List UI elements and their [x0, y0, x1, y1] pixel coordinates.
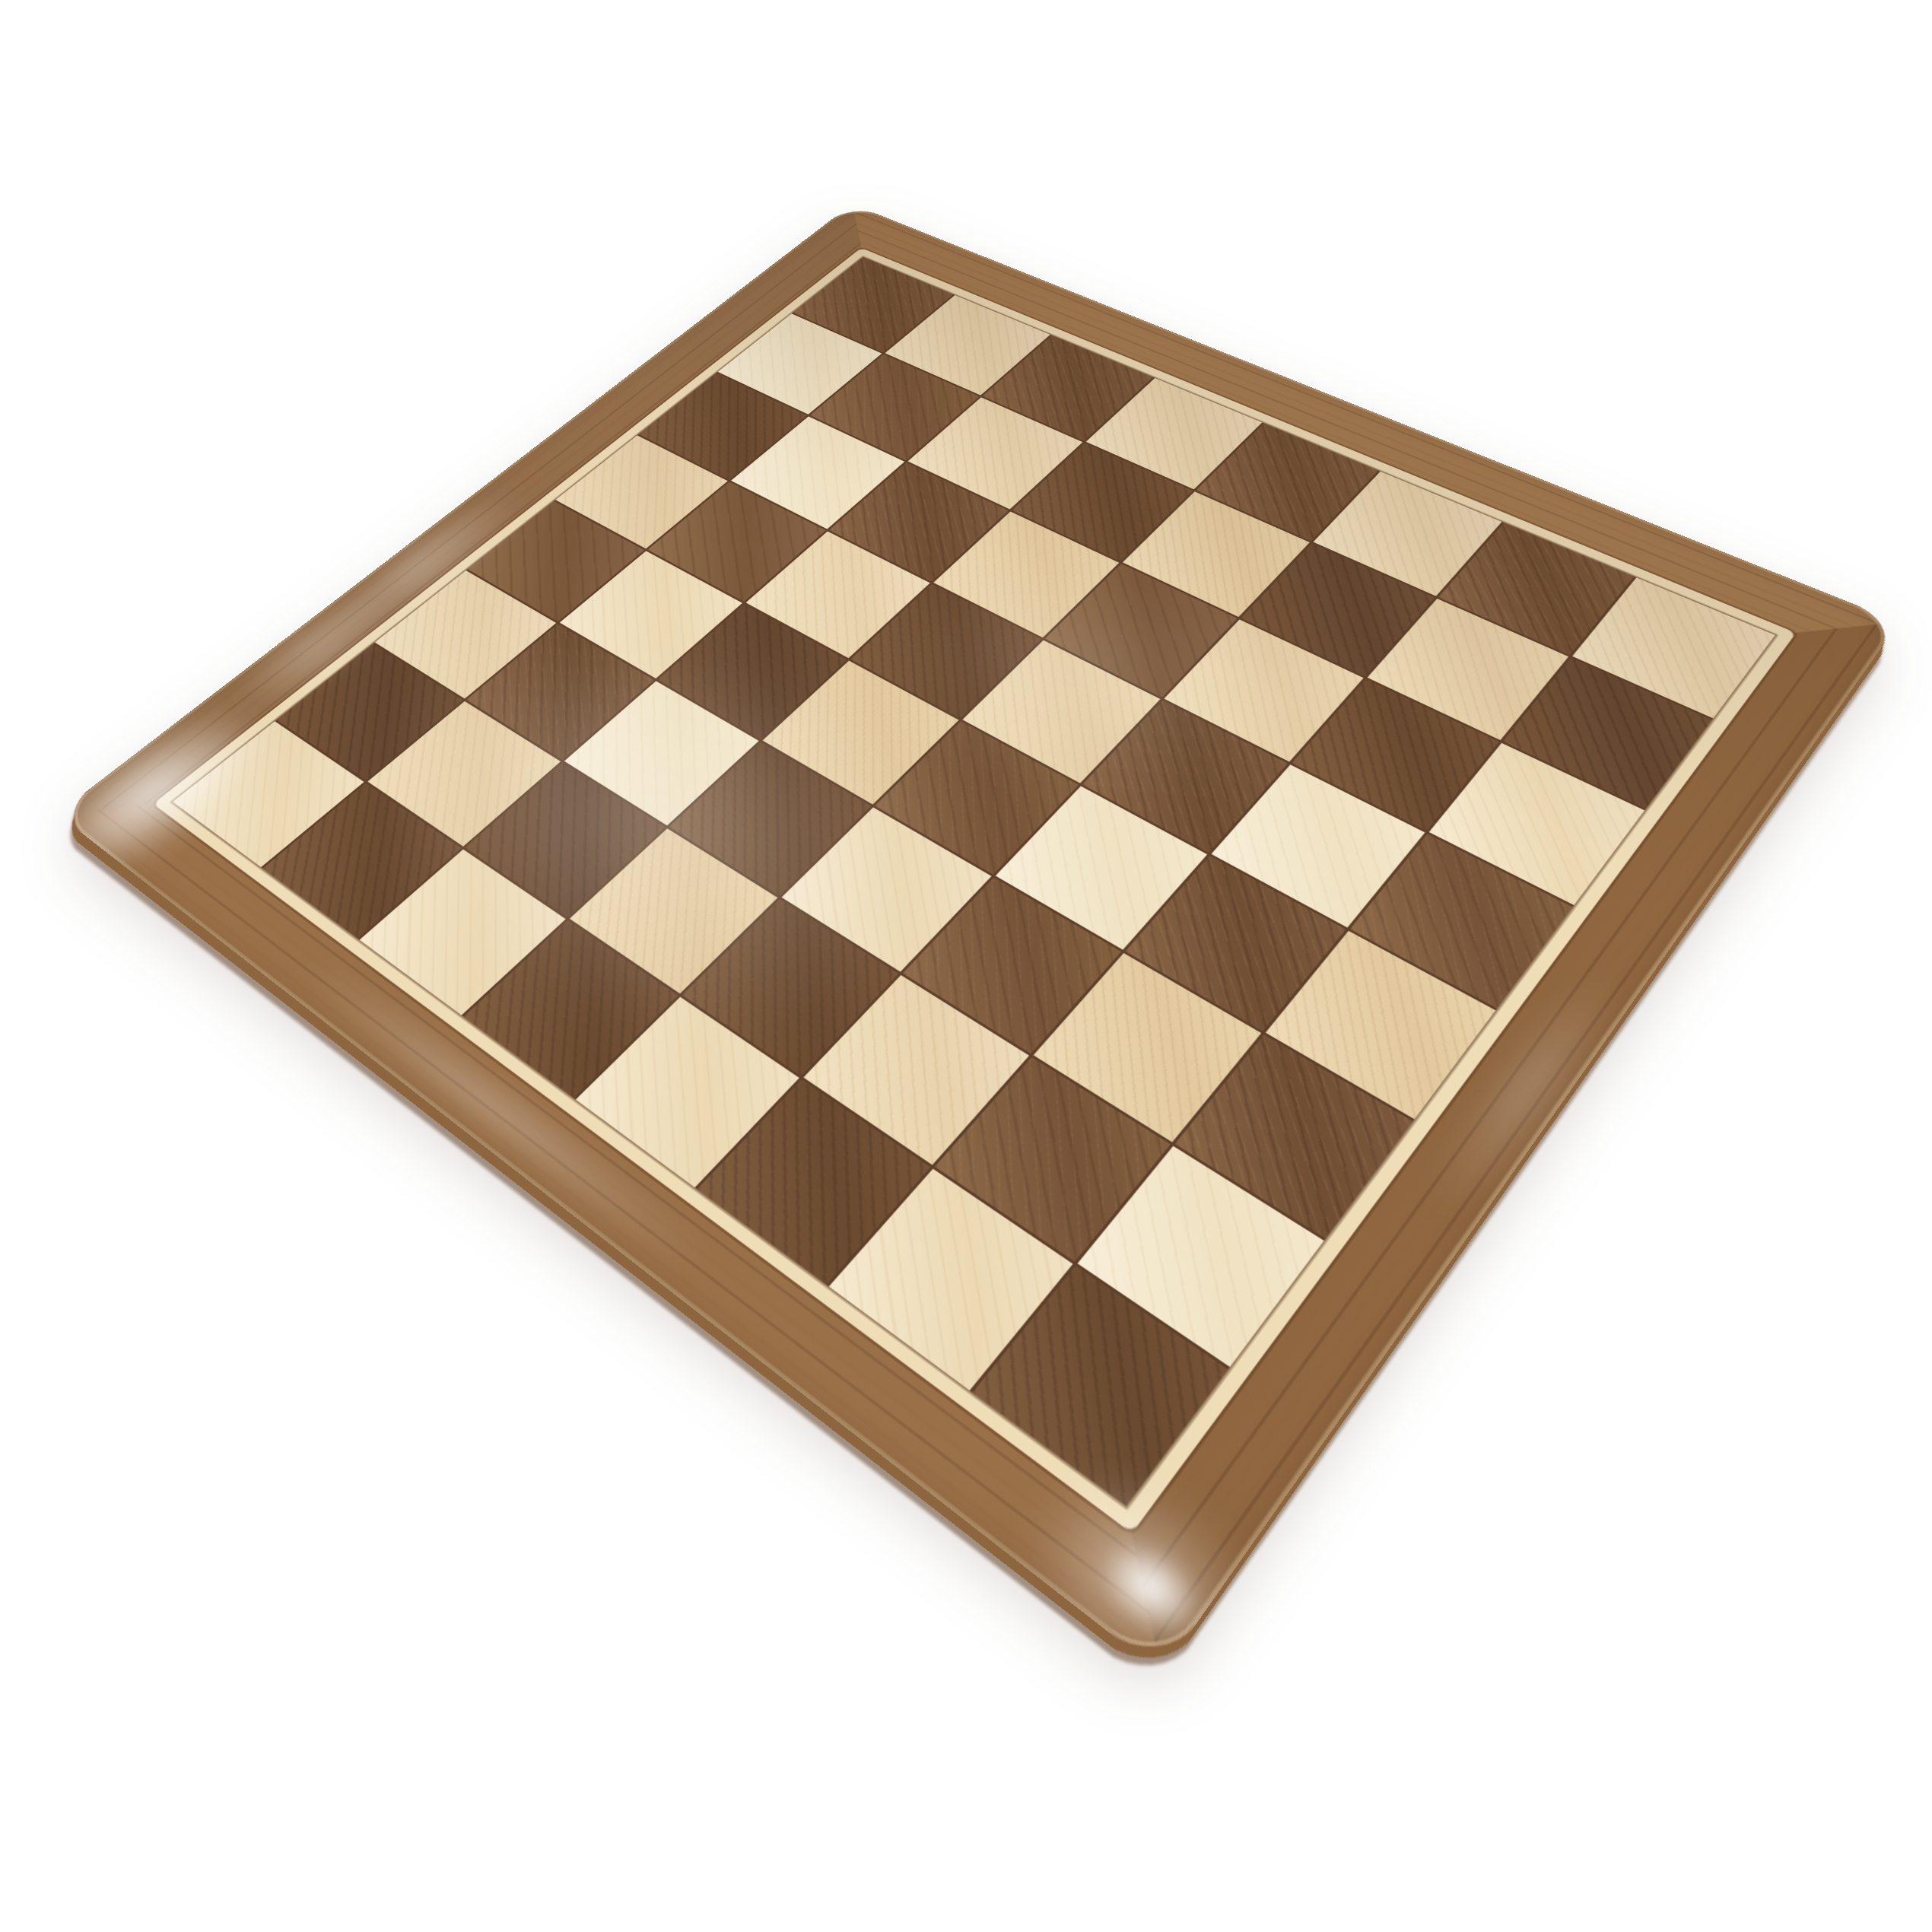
photo-background [0, 0, 1932, 1932]
board-field [173, 257, 1775, 1506]
chess-board [57, 204, 1899, 1673]
board-shadow-wrap [0, 0, 1932, 1932]
